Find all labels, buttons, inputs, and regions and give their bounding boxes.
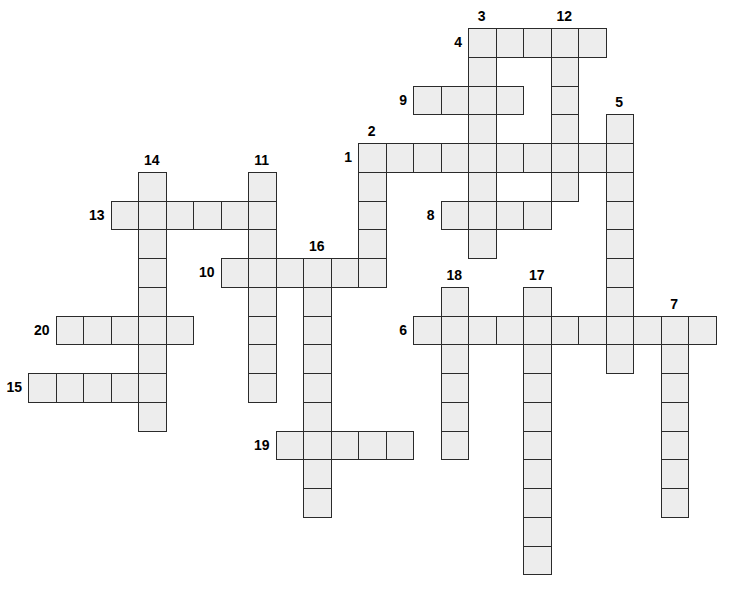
clue-number-6-across: 6 xyxy=(357,322,407,338)
grid-cell-r4c15[interactable] xyxy=(441,143,470,173)
grid-cell-r15c23[interactable] xyxy=(661,459,690,489)
grid-cell-r8c8[interactable] xyxy=(248,258,277,288)
clue-number-9-across: 9 xyxy=(357,92,407,108)
grid-cell-r8c10[interactable] xyxy=(303,258,332,288)
grid-cell-r10c24[interactable] xyxy=(688,316,717,346)
grid-cell-r6c8[interactable] xyxy=(248,201,277,231)
grid-cell-r9c4[interactable] xyxy=(138,287,167,317)
grid-cell-r4c19[interactable] xyxy=(551,143,580,173)
grid-cell-r6c3[interactable] xyxy=(111,201,140,231)
grid-cell-r1c19[interactable] xyxy=(551,57,580,87)
grid-cell-r13c10[interactable] xyxy=(303,402,332,432)
clue-number-7-down: 7 xyxy=(649,296,699,312)
clue-number-13-across: 13 xyxy=(55,207,105,223)
grid-cell-r10c2[interactable] xyxy=(83,316,112,346)
grid-cell-r10c16[interactable] xyxy=(468,316,497,346)
clue-number-19-across: 19 xyxy=(220,437,270,453)
grid-cell-r16c23[interactable] xyxy=(661,488,690,518)
grid-cell-r12c2[interactable] xyxy=(83,373,112,403)
grid-cell-r15c10[interactable] xyxy=(303,459,332,489)
grid-cell-r15c18[interactable] xyxy=(523,459,552,489)
grid-cell-r4c12[interactable] xyxy=(358,143,387,173)
grid-cell-r9c21[interactable] xyxy=(606,287,635,317)
crossword-puzzle-page: 4312951214111381016181720671519 xyxy=(0,0,742,597)
grid-cell-r6c6[interactable] xyxy=(193,201,222,231)
grid-cell-r0c19[interactable] xyxy=(551,28,580,58)
grid-cell-r14c23[interactable] xyxy=(661,431,690,461)
grid-cell-r6c17[interactable] xyxy=(496,201,525,231)
grid-cell-r16c18[interactable] xyxy=(523,488,552,518)
grid-cell-r17c18[interactable] xyxy=(523,517,552,547)
grid-cell-r7c21[interactable] xyxy=(606,229,635,259)
grid-cell-r6c7[interactable] xyxy=(221,201,250,231)
clue-number-10-across: 10 xyxy=(165,264,215,280)
grid-cell-r7c12[interactable] xyxy=(358,229,387,259)
grid-cell-r1c16[interactable] xyxy=(468,57,497,87)
grid-cell-r11c15[interactable] xyxy=(441,344,470,374)
grid-cell-r6c4[interactable] xyxy=(138,201,167,231)
grid-cell-r14c18[interactable] xyxy=(523,431,552,461)
grid-cell-r9c15[interactable] xyxy=(441,287,470,317)
grid-cell-r12c1[interactable] xyxy=(56,373,85,403)
grid-cell-r6c15[interactable] xyxy=(441,201,470,231)
grid-cell-r2c16[interactable] xyxy=(468,86,497,116)
grid-cell-r9c18[interactable] xyxy=(523,287,552,317)
grid-cell-r10c21[interactable] xyxy=(606,316,635,346)
clue-number-18-down: 18 xyxy=(429,267,479,283)
grid-cell-r7c16[interactable] xyxy=(468,229,497,259)
grid-cell-r3c19[interactable] xyxy=(551,114,580,144)
clue-number-5-down: 5 xyxy=(594,94,644,110)
grid-cell-r10c23[interactable] xyxy=(661,316,690,346)
grid-cell-r5c16[interactable] xyxy=(468,172,497,202)
grid-cell-r14c15[interactable] xyxy=(441,431,470,461)
grid-cell-r6c5[interactable] xyxy=(166,201,195,231)
grid-cell-r6c12[interactable] xyxy=(358,201,387,231)
grid-cell-r7c8[interactable] xyxy=(248,229,277,259)
grid-cell-r10c22[interactable] xyxy=(633,316,662,346)
grid-cell-r10c14[interactable] xyxy=(413,316,442,346)
grid-cell-r10c3[interactable] xyxy=(111,316,140,346)
grid-cell-r8c12[interactable] xyxy=(358,258,387,288)
clue-number-2-down: 2 xyxy=(347,123,397,139)
grid-cell-r2c14[interactable] xyxy=(413,86,442,116)
grid-cell-r12c15[interactable] xyxy=(441,373,470,403)
grid-cell-r11c21[interactable] xyxy=(606,344,635,374)
grid-cell-r5c19[interactable] xyxy=(551,172,580,202)
grid-cell-r12c4[interactable] xyxy=(138,373,167,403)
grid-cell-r0c17[interactable] xyxy=(496,28,525,58)
crossword-grid: 4312951214111381016181720671519 xyxy=(28,28,716,574)
grid-cell-r14c11[interactable] xyxy=(331,431,360,461)
clue-number-15-across: 15 xyxy=(0,379,22,395)
grid-cell-r18c18[interactable] xyxy=(523,546,552,576)
grid-cell-r4c16[interactable] xyxy=(468,143,497,173)
grid-cell-r10c4[interactable] xyxy=(138,316,167,346)
clue-number-3-down: 3 xyxy=(457,8,507,24)
grid-cell-r12c10[interactable] xyxy=(303,373,332,403)
grid-cell-r12c0[interactable] xyxy=(28,373,57,403)
clue-number-12-down: 12 xyxy=(539,8,589,24)
grid-cell-r10c10[interactable] xyxy=(303,316,332,346)
grid-cell-r12c23[interactable] xyxy=(661,373,690,403)
grid-cell-r16c10[interactable] xyxy=(303,488,332,518)
grid-cell-r8c11[interactable] xyxy=(331,258,360,288)
grid-cell-r0c20[interactable] xyxy=(578,28,607,58)
grid-cell-r3c16[interactable] xyxy=(468,114,497,144)
clue-number-8-across: 8 xyxy=(385,207,435,223)
grid-cell-r4c20[interactable] xyxy=(578,143,607,173)
grid-cell-r4c21[interactable] xyxy=(606,143,635,173)
clue-number-17-down: 17 xyxy=(512,267,562,283)
grid-cell-r5c12[interactable] xyxy=(358,172,387,202)
grid-cell-r12c3[interactable] xyxy=(111,373,140,403)
clue-number-16-down: 16 xyxy=(292,238,342,254)
grid-cell-r13c15[interactable] xyxy=(441,402,470,432)
grid-cell-r11c10[interactable] xyxy=(303,344,332,374)
grid-cell-r4c18[interactable] xyxy=(523,143,552,173)
grid-cell-r4c14[interactable] xyxy=(413,143,442,173)
clue-number-11-down: 11 xyxy=(237,152,287,168)
grid-cell-r10c19[interactable] xyxy=(551,316,580,346)
grid-cell-r10c17[interactable] xyxy=(496,316,525,346)
clue-number-20-across: 20 xyxy=(0,322,50,338)
grid-cell-r10c1[interactable] xyxy=(56,316,85,346)
grid-cell-r6c21[interactable] xyxy=(606,201,635,231)
grid-cell-r4c17[interactable] xyxy=(496,143,525,173)
grid-cell-r3c21[interactable] xyxy=(606,114,635,144)
grid-cell-r13c18[interactable] xyxy=(523,402,552,432)
grid-cell-r8c7[interactable] xyxy=(221,258,250,288)
grid-cell-r6c16[interactable] xyxy=(468,201,497,231)
grid-cell-r10c8[interactable] xyxy=(248,316,277,346)
grid-cell-r10c5[interactable] xyxy=(166,316,195,346)
grid-cell-r11c18[interactable] xyxy=(523,344,552,374)
grid-cell-r14c9[interactable] xyxy=(276,431,305,461)
clue-number-4-across: 4 xyxy=(412,34,462,50)
grid-cell-r4c13[interactable] xyxy=(386,143,415,173)
grid-cell-r14c10[interactable] xyxy=(303,431,332,461)
grid-cell-r10c18[interactable] xyxy=(523,316,552,346)
grid-cell-r2c15[interactable] xyxy=(441,86,470,116)
grid-cell-r8c9[interactable] xyxy=(276,258,305,288)
clue-number-14-down: 14 xyxy=(127,152,177,168)
grid-cell-r14c13[interactable] xyxy=(386,431,415,461)
grid-cell-r5c4[interactable] xyxy=(138,172,167,202)
grid-cell-r10c15[interactable] xyxy=(441,316,470,346)
grid-cell-r0c18[interactable] xyxy=(523,28,552,58)
grid-cell-r9c8[interactable] xyxy=(248,287,277,317)
grid-cell-r6c18[interactable] xyxy=(523,201,552,231)
grid-cell-r2c19[interactable] xyxy=(551,86,580,116)
grid-cell-r11c8[interactable] xyxy=(248,344,277,374)
grid-cell-r13c4[interactable] xyxy=(138,402,167,432)
grid-cell-r14c12[interactable] xyxy=(358,431,387,461)
grid-cell-r12c18[interactable] xyxy=(523,373,552,403)
grid-cell-r8c21[interactable] xyxy=(606,258,635,288)
grid-cell-r2c17[interactable] xyxy=(496,86,525,116)
grid-cell-r7c4[interactable] xyxy=(138,229,167,259)
grid-cell-r8c4[interactable] xyxy=(138,258,167,288)
clue-number-1-across: 1 xyxy=(302,149,352,165)
grid-cell-r11c23[interactable] xyxy=(661,344,690,374)
grid-cell-r5c8[interactable] xyxy=(248,172,277,202)
grid-cell-r11c4[interactable] xyxy=(138,344,167,374)
grid-cell-r10c20[interactable] xyxy=(578,316,607,346)
grid-cell-r12c8[interactable] xyxy=(248,373,277,403)
grid-cell-r0c16[interactable] xyxy=(468,28,497,58)
grid-cell-r13c23[interactable] xyxy=(661,402,690,432)
grid-cell-r5c21[interactable] xyxy=(606,172,635,202)
grid-cell-r9c10[interactable] xyxy=(303,287,332,317)
